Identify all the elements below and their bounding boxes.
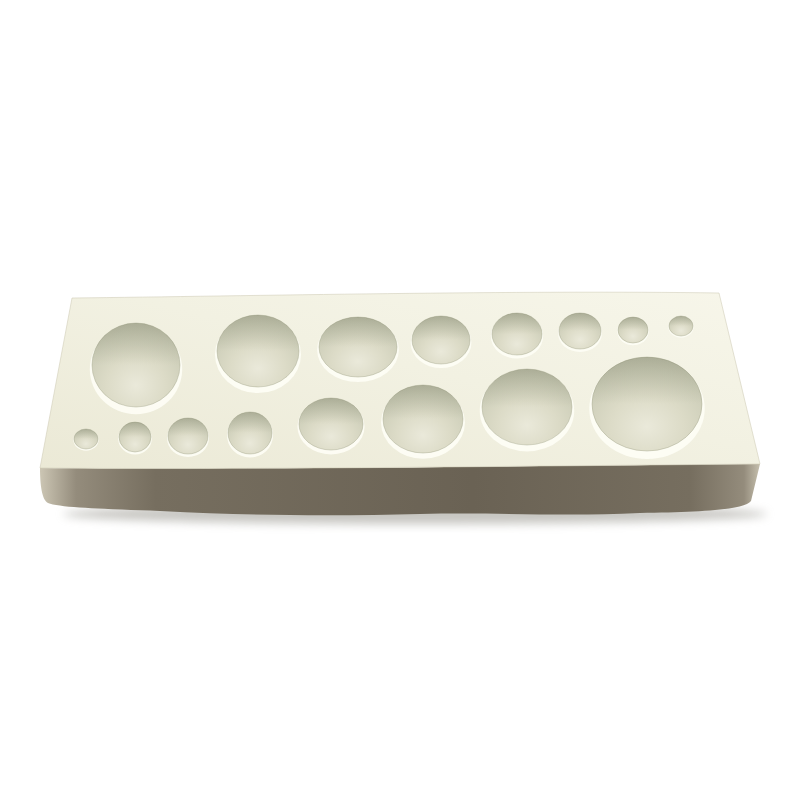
cavity-bottom-6 [381, 385, 465, 459]
cavity-bottom-1 [73, 429, 98, 451]
cavity-top-8 [668, 316, 693, 338]
cavity-top-5 [491, 313, 544, 359]
cavity-top-2 [215, 315, 301, 393]
cavity-top-4 [411, 316, 472, 368]
cavity-bottom-3 [167, 418, 209, 457]
cavity-top-7 [617, 317, 649, 345]
cavity-bottom-2 [118, 422, 152, 455]
product-photo: Overhead product photo of a rectangular … [0, 0, 800, 800]
mold-photo-svg [0, 0, 800, 800]
cavity-bottom-7 [480, 369, 575, 451]
cavity-bottom-8 [589, 357, 705, 459]
cavity-top-6 [558, 313, 602, 352]
cavity-bottom-4 [227, 412, 273, 458]
cavity-top-1 [90, 323, 182, 414]
mold-front-face [40, 464, 760, 515]
cavity-bottom-5 [297, 398, 364, 454]
cavity-top-3 [317, 317, 399, 382]
